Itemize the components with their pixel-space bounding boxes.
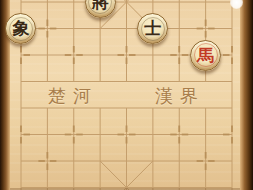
- piece-black-general[interactable]: 將: [85, 0, 116, 18]
- piece-red-horse[interactable]: 馬: [190, 40, 221, 71]
- piece-glyph: 士: [144, 20, 161, 37]
- piece-black-elephant[interactable]: 象: [5, 13, 36, 44]
- piece-glyph: 象: [12, 20, 29, 37]
- piece-grid: 將象士馬: [8, 0, 245, 190]
- piece-glyph: 將: [92, 0, 109, 11]
- xiangqi-board[interactable]: 楚河 漢界 將象士馬: [0, 0, 253, 190]
- piece-glyph: 馬: [197, 47, 214, 64]
- piece-black-advisor[interactable]: 士: [137, 13, 168, 44]
